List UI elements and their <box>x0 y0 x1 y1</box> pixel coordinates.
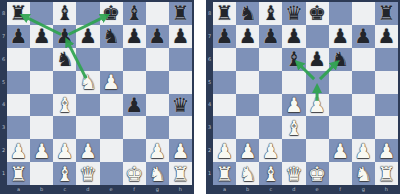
rank-label: 5 <box>206 71 213 94</box>
piece-white-pawn[interactable]: ♟ <box>102 72 120 92</box>
square-d2[interactable] <box>282 139 305 162</box>
square-b4[interactable] <box>30 94 53 117</box>
file-label: h <box>375 185 398 194</box>
square-h8[interactable]: ♜ <box>375 2 398 25</box>
piece-white-rook[interactable]: ♜ <box>216 164 234 184</box>
square-e7[interactable] <box>306 25 329 48</box>
square-b8[interactable]: ♞ <box>236 2 259 25</box>
rank-label: 1 <box>206 162 213 185</box>
piece-black-king[interactable]: ♚ <box>308 3 326 23</box>
piece-white-bishop[interactable]: ♝ <box>285 118 303 138</box>
square-g7[interactable]: ♟ <box>146 25 169 48</box>
square-h2[interactable]: ♟ <box>169 139 192 162</box>
square-c4[interactable] <box>259 94 282 117</box>
piece-white-bishop[interactable]: ♝ <box>262 164 280 184</box>
piece-black-knight[interactable]: ♞ <box>102 26 120 46</box>
rank-label: 6 <box>206 48 213 71</box>
square-g5[interactable] <box>352 71 375 94</box>
piece-white-queen[interactable]: ♛ <box>79 164 97 184</box>
rank-label: 4 <box>206 94 213 117</box>
square-a7[interactable]: ♟ <box>7 25 30 48</box>
square-a8[interactable]: ♜ <box>7 2 30 25</box>
piece-white-pawn[interactable]: ♟ <box>285 95 303 115</box>
square-g6[interactable] <box>352 48 375 71</box>
square-f8[interactable]: ♝ <box>123 2 146 25</box>
chess-diagram-pair: 87654321 ♜♝♚♝♜♟♟♟♟♞♟♟♟♞♞♟♝♟♛♟♟♟♟♟♟♜♝♛♚♞♜… <box>0 0 400 194</box>
square-a4[interactable] <box>7 94 30 117</box>
square-c3[interactable] <box>53 116 76 139</box>
square-h7[interactable]: ♟ <box>375 25 398 48</box>
square-d6[interactable] <box>76 48 99 71</box>
square-f8[interactable] <box>329 2 352 25</box>
square-d1[interactable]: ♛ <box>76 162 99 185</box>
square-d7[interactable]: ♟ <box>282 25 305 48</box>
piece-black-pawn[interactable]: ♟ <box>285 26 303 46</box>
piece-white-knight[interactable]: ♞ <box>354 164 372 184</box>
square-f2[interactable]: ♟ <box>329 139 352 162</box>
piece-black-pawn[interactable]: ♟ <box>262 26 280 46</box>
square-a8[interactable]: ♜ <box>213 2 236 25</box>
rank-label: 3 <box>0 116 7 139</box>
piece-white-pawn[interactable]: ♟ <box>331 141 349 161</box>
square-f6[interactable] <box>123 48 146 71</box>
square-c2[interactable]: ♟ <box>53 139 76 162</box>
chessboard-right: 87654321 ♜♞♝♛♚♜♟♟♟♟♟♟♟♝♟♞♟♟♝♟♟♟♟♟♟♜♞♝♛♚♞… <box>206 0 400 194</box>
piece-white-rook[interactable]: ♜ <box>10 164 28 184</box>
square-g2[interactable]: ♟ <box>146 139 169 162</box>
square-b2[interactable]: ♟ <box>30 139 53 162</box>
square-f3[interactable] <box>329 116 352 139</box>
rank-label: 8 <box>206 2 213 25</box>
square-h6[interactable] <box>169 48 192 71</box>
square-h1[interactable]: ♜ <box>375 162 398 185</box>
square-b5[interactable] <box>236 71 259 94</box>
square-h8[interactable]: ♜ <box>169 2 192 25</box>
piece-black-pawn[interactable]: ♟ <box>10 26 28 46</box>
chessboard-left: 87654321 ♜♝♚♝♜♟♟♟♟♞♟♟♟♞♞♟♝♟♛♟♟♟♟♟♟♜♝♛♚♞♜… <box>0 0 194 194</box>
piece-white-queen[interactable]: ♛ <box>285 164 303 184</box>
file-label: b <box>30 185 53 194</box>
file-label: a <box>7 185 30 194</box>
piece-black-pawn[interactable]: ♟ <box>125 26 143 46</box>
file-label: e <box>100 185 123 194</box>
square-e3[interactable] <box>100 116 123 139</box>
piece-white-pawn[interactable]: ♟ <box>10 141 28 161</box>
file-label: b <box>236 185 259 194</box>
piece-white-pawn[interactable]: ♟ <box>216 141 234 161</box>
rank-label: 6 <box>0 48 7 71</box>
square-h3[interactable] <box>375 116 398 139</box>
piece-black-pawn[interactable]: ♟ <box>79 26 97 46</box>
square-d2[interactable]: ♟ <box>76 139 99 162</box>
rank-label: 7 <box>206 25 213 48</box>
square-f1[interactable]: ♚ <box>123 162 146 185</box>
square-c5[interactable] <box>53 71 76 94</box>
square-c4[interactable]: ♝ <box>53 94 76 117</box>
file-label: h <box>169 185 192 194</box>
piece-white-pawn[interactable]: ♟ <box>171 141 189 161</box>
square-f7[interactable]: ♟ <box>329 25 352 48</box>
square-a2[interactable]: ♟ <box>213 139 236 162</box>
square-g5[interactable] <box>146 71 169 94</box>
piece-white-king[interactable]: ♚ <box>308 164 326 184</box>
piece-white-bishop[interactable]: ♝ <box>56 164 74 184</box>
square-d1[interactable]: ♛ <box>282 162 305 185</box>
file-labels: abcdefgh <box>7 185 192 194</box>
piece-black-pawn[interactable]: ♟ <box>308 49 326 69</box>
piece-white-pawn[interactable]: ♟ <box>79 141 97 161</box>
square-g3[interactable] <box>352 116 375 139</box>
square-h7[interactable]: ♟ <box>169 25 192 48</box>
square-a6[interactable] <box>7 48 30 71</box>
piece-white-pawn[interactable]: ♟ <box>56 141 74 161</box>
file-label: e <box>306 185 329 194</box>
piece-black-pawn[interactable]: ♟ <box>354 26 372 46</box>
piece-black-knight[interactable]: ♞ <box>331 49 349 69</box>
square-e4[interactable]: ♟ <box>306 94 329 117</box>
piece-black-bishop[interactable]: ♝ <box>56 3 74 23</box>
square-g7[interactable]: ♟ <box>352 25 375 48</box>
square-h6[interactable] <box>375 48 398 71</box>
square-g2[interactable]: ♟ <box>352 139 375 162</box>
square-e8[interactable]: ♚ <box>100 2 123 25</box>
square-c6[interactable] <box>259 48 282 71</box>
square-b7[interactable]: ♟ <box>236 25 259 48</box>
square-f6[interactable]: ♞ <box>329 48 352 71</box>
piece-black-rook[interactable]: ♜ <box>377 3 395 23</box>
square-f5[interactable] <box>329 71 352 94</box>
rank-label: 1 <box>0 162 7 185</box>
square-c8[interactable]: ♝ <box>259 2 282 25</box>
square-g1[interactable]: ♞ <box>352 162 375 185</box>
square-g6[interactable] <box>146 48 169 71</box>
square-c1[interactable]: ♝ <box>259 162 282 185</box>
board-grid: ♜♝♚♝♜♟♟♟♟♞♟♟♟♞♞♟♝♟♛♟♟♟♟♟♟♜♝♛♚♞♜ <box>7 2 192 185</box>
square-h3[interactable] <box>169 116 192 139</box>
square-f7[interactable]: ♟ <box>123 25 146 48</box>
piece-white-pawn[interactable]: ♟ <box>33 141 51 161</box>
square-g8[interactable] <box>352 2 375 25</box>
square-a3[interactable] <box>213 116 236 139</box>
square-c8[interactable]: ♝ <box>53 2 76 25</box>
square-g8[interactable] <box>146 2 169 25</box>
board-grid: ♜♞♝♛♚♜♟♟♟♟♟♟♟♝♟♞♟♟♝♟♟♟♟♟♟♜♞♝♛♚♞♜ <box>213 2 398 185</box>
piece-white-knight[interactable]: ♞ <box>79 72 97 92</box>
square-e7[interactable]: ♞ <box>100 25 123 48</box>
square-e1[interactable] <box>100 162 123 185</box>
piece-black-king[interactable]: ♚ <box>102 3 120 23</box>
piece-black-bishop[interactable]: ♝ <box>125 3 143 23</box>
square-b7[interactable]: ♟ <box>30 25 53 48</box>
square-a1[interactable]: ♜ <box>213 162 236 185</box>
file-label: a <box>213 185 236 194</box>
square-e5[interactable] <box>306 71 329 94</box>
square-f4[interactable] <box>329 94 352 117</box>
rank-label: 2 <box>0 139 7 162</box>
piece-white-pawn[interactable]: ♟ <box>377 141 395 161</box>
piece-white-rook[interactable]: ♜ <box>171 164 189 184</box>
file-label: g <box>146 185 169 194</box>
square-h2[interactable]: ♟ <box>375 139 398 162</box>
piece-white-bishop[interactable]: ♝ <box>56 95 74 115</box>
square-a1[interactable]: ♜ <box>7 162 30 185</box>
square-e4[interactable] <box>100 94 123 117</box>
file-label: c <box>53 185 76 194</box>
square-d4[interactable]: ♟ <box>282 94 305 117</box>
piece-white-knight[interactable]: ♞ <box>148 164 166 184</box>
rank-label: 5 <box>0 71 7 94</box>
piece-white-pawn[interactable]: ♟ <box>148 141 166 161</box>
square-d3[interactable] <box>76 116 99 139</box>
square-g1[interactable]: ♞ <box>146 162 169 185</box>
piece-black-knight[interactable]: ♞ <box>239 3 257 23</box>
rank-labels: 87654321 <box>0 2 7 185</box>
square-a5[interactable] <box>213 71 236 94</box>
piece-black-pawn[interactable]: ♟ <box>56 26 74 46</box>
square-b8[interactable] <box>30 2 53 25</box>
square-f3[interactable] <box>123 116 146 139</box>
piece-white-pawn[interactable]: ♟ <box>239 141 257 161</box>
rank-label: 4 <box>0 94 7 117</box>
square-d4[interactable] <box>76 94 99 117</box>
square-c7[interactable]: ♟ <box>53 25 76 48</box>
piece-black-queen[interactable]: ♛ <box>171 95 189 115</box>
square-e1[interactable]: ♚ <box>306 162 329 185</box>
square-e5[interactable]: ♟ <box>100 71 123 94</box>
square-b5[interactable] <box>30 71 53 94</box>
square-e6[interactable] <box>100 48 123 71</box>
square-c6[interactable]: ♞ <box>53 48 76 71</box>
square-b1[interactable]: ♞ <box>236 162 259 185</box>
square-h5[interactable] <box>169 71 192 94</box>
square-d7[interactable]: ♟ <box>76 25 99 48</box>
piece-black-pawn[interactable]: ♟ <box>377 26 395 46</box>
piece-black-rook[interactable]: ♜ <box>171 3 189 23</box>
square-d5[interactable] <box>282 71 305 94</box>
piece-black-pawn[interactable]: ♟ <box>148 26 166 46</box>
square-d8[interactable]: ♛ <box>282 2 305 25</box>
square-g3[interactable] <box>146 116 169 139</box>
square-d6[interactable]: ♝ <box>282 48 305 71</box>
file-label: f <box>123 185 146 194</box>
piece-black-pawn[interactable]: ♟ <box>331 26 349 46</box>
square-a5[interactable] <box>7 71 30 94</box>
square-c7[interactable]: ♟ <box>259 25 282 48</box>
square-d3[interactable]: ♝ <box>282 116 305 139</box>
square-d5[interactable]: ♞ <box>76 71 99 94</box>
square-a6[interactable] <box>213 48 236 71</box>
piece-black-rook[interactable]: ♜ <box>216 3 234 23</box>
file-labels: abcdefgh <box>213 185 398 194</box>
piece-white-pawn[interactable]: ♟ <box>354 141 372 161</box>
piece-white-knight[interactable]: ♞ <box>239 164 257 184</box>
file-label: d <box>76 185 99 194</box>
square-c2[interactable]: ♟ <box>259 139 282 162</box>
square-a7[interactable]: ♟ <box>213 25 236 48</box>
square-h5[interactable] <box>375 71 398 94</box>
square-h4[interactable] <box>375 94 398 117</box>
piece-white-pawn[interactable]: ♟ <box>308 95 326 115</box>
file-label: d <box>282 185 305 194</box>
square-g4[interactable] <box>352 94 375 117</box>
square-d8[interactable] <box>76 2 99 25</box>
piece-black-pawn[interactable]: ♟ <box>33 26 51 46</box>
piece-white-rook[interactable]: ♜ <box>377 164 395 184</box>
square-b3[interactable] <box>30 116 53 139</box>
piece-black-pawn[interactable]: ♟ <box>239 26 257 46</box>
rank-label: 7 <box>0 25 7 48</box>
file-label: f <box>329 185 352 194</box>
square-h4[interactable]: ♛ <box>169 94 192 117</box>
piece-white-pawn[interactable]: ♟ <box>262 141 280 161</box>
square-e3[interactable] <box>306 116 329 139</box>
square-g4[interactable] <box>146 94 169 117</box>
file-label: c <box>259 185 282 194</box>
square-e6[interactable]: ♟ <box>306 48 329 71</box>
square-c1[interactable]: ♝ <box>53 162 76 185</box>
square-h1[interactable]: ♜ <box>169 162 192 185</box>
rank-label: 3 <box>206 116 213 139</box>
square-c5[interactable] <box>259 71 282 94</box>
square-b3[interactable] <box>236 116 259 139</box>
piece-black-bishop[interactable]: ♝ <box>285 49 303 69</box>
rank-label: 8 <box>0 2 7 25</box>
square-b1[interactable] <box>30 162 53 185</box>
square-f5[interactable] <box>123 71 146 94</box>
piece-black-bishop[interactable]: ♝ <box>262 3 280 23</box>
square-a4[interactable] <box>213 94 236 117</box>
rank-label: 2 <box>206 139 213 162</box>
square-b4[interactable] <box>236 94 259 117</box>
square-c3[interactable] <box>259 116 282 139</box>
piece-black-rook[interactable]: ♜ <box>10 3 28 23</box>
square-b6[interactable] <box>30 48 53 71</box>
square-e8[interactable]: ♚ <box>306 2 329 25</box>
square-f4[interactable]: ♟ <box>123 94 146 117</box>
piece-black-pawn[interactable]: ♟ <box>216 26 234 46</box>
square-f2[interactable] <box>123 139 146 162</box>
square-f1[interactable] <box>329 162 352 185</box>
piece-black-queen[interactable]: ♛ <box>285 3 303 23</box>
piece-black-pawn[interactable]: ♟ <box>171 26 189 46</box>
rank-labels: 87654321 <box>206 2 213 185</box>
square-a2[interactable]: ♟ <box>7 139 30 162</box>
square-b2[interactable]: ♟ <box>236 139 259 162</box>
file-label: g <box>352 185 375 194</box>
square-e2[interactable] <box>306 139 329 162</box>
piece-black-pawn[interactable]: ♟ <box>125 95 143 115</box>
square-b6[interactable] <box>236 48 259 71</box>
square-a3[interactable] <box>7 116 30 139</box>
piece-black-knight[interactable]: ♞ <box>56 49 74 69</box>
square-e2[interactable] <box>100 139 123 162</box>
piece-white-king[interactable]: ♚ <box>125 164 143 184</box>
